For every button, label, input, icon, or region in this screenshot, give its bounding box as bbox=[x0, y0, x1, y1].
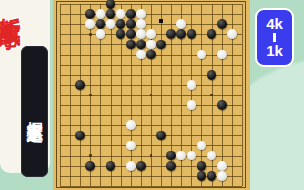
white-stone bbox=[136, 29, 146, 39]
black-stone bbox=[85, 161, 95, 171]
black-stone bbox=[146, 50, 156, 60]
black-stone bbox=[126, 29, 136, 39]
rank-range-badge: 4k 1k bbox=[255, 8, 294, 67]
star-point bbox=[89, 33, 92, 36]
grid-line-vertical bbox=[201, 4, 202, 186]
black-stone bbox=[166, 161, 176, 171]
rank-separator-bar bbox=[273, 33, 276, 42]
grid-line-horizontal bbox=[60, 125, 242, 126]
black-stone bbox=[156, 40, 166, 50]
star-point bbox=[89, 154, 92, 157]
go-board[interactable] bbox=[53, 0, 250, 190]
subtitle-badge: 探索棋之正道 bbox=[21, 46, 48, 177]
white-stone bbox=[217, 171, 227, 181]
white-stone bbox=[217, 161, 227, 171]
black-stone bbox=[75, 131, 85, 141]
white-stone bbox=[227, 29, 237, 39]
black-stone bbox=[126, 9, 136, 19]
black-stone bbox=[136, 161, 146, 171]
black-stone bbox=[207, 171, 217, 181]
white-stone bbox=[146, 29, 156, 39]
grid-line-vertical bbox=[222, 4, 223, 186]
grid-line-vertical bbox=[161, 4, 162, 186]
black-stone bbox=[217, 19, 227, 29]
video-thumbnail[interactable]: 斩断实战恶手 探索棋之正道 4k 1k bbox=[0, 0, 304, 190]
white-stone bbox=[136, 9, 146, 19]
black-stone bbox=[217, 100, 227, 110]
white-stone bbox=[187, 80, 197, 90]
black-stone bbox=[106, 161, 116, 171]
black-stone bbox=[136, 40, 146, 50]
white-stone bbox=[96, 9, 106, 19]
grid-line-horizontal bbox=[60, 105, 242, 106]
white-stone bbox=[126, 141, 136, 151]
black-stone bbox=[197, 171, 207, 181]
black-stone bbox=[126, 19, 136, 29]
subtitle-badge-text: 探索棋之正道 bbox=[24, 109, 44, 115]
star-point bbox=[210, 94, 213, 97]
rank-bottom-label: 1k bbox=[266, 43, 283, 59]
left-banner-title: 斩断实战恶手 bbox=[1, 1, 22, 13]
black-stone bbox=[197, 161, 207, 171]
white-stone bbox=[136, 19, 146, 29]
rank-top-label: 4k bbox=[266, 16, 283, 32]
white-stone bbox=[136, 50, 146, 60]
black-stone bbox=[156, 131, 166, 141]
grid-line-vertical bbox=[242, 4, 243, 186]
square-move-marker bbox=[159, 19, 163, 23]
white-stone bbox=[217, 50, 227, 60]
grid-line-horizontal bbox=[60, 145, 242, 146]
white-stone bbox=[126, 120, 136, 130]
black-stone bbox=[75, 80, 85, 90]
grid-line-horizontal bbox=[60, 186, 242, 187]
black-stone bbox=[207, 70, 217, 80]
grid-line-horizontal bbox=[60, 135, 242, 136]
black-stone bbox=[126, 40, 136, 50]
star-point bbox=[150, 154, 153, 157]
white-stone bbox=[126, 161, 136, 171]
white-stone bbox=[187, 100, 197, 110]
grid-line-horizontal bbox=[60, 115, 242, 116]
white-stone bbox=[146, 40, 156, 50]
star-point bbox=[89, 94, 92, 97]
